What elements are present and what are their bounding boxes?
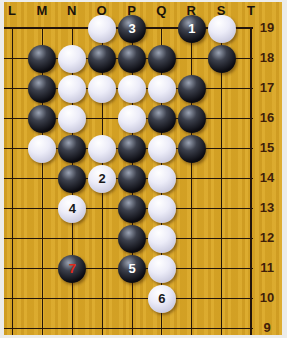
page-background: { "game": "go", "view": { "corner": "top… — [0, 0, 287, 338]
stone-white-N18 — [58, 45, 86, 73]
stone-white-Q10: 6 — [148, 285, 176, 313]
stone-black-M16 — [28, 105, 56, 133]
stone-black-N14 — [58, 165, 86, 193]
stone-black-R16 — [178, 105, 206, 133]
stone-black-R15 — [178, 135, 206, 163]
move-number-5: 5 — [128, 262, 135, 275]
stone-white-N17 — [58, 75, 86, 103]
stone-black-M17 — [28, 75, 56, 103]
column-label-L: L — [4, 3, 23, 19]
stone-white-Q17 — [148, 75, 176, 103]
row-label-13: 13 — [254, 200, 280, 216]
stone-white-Q12 — [148, 225, 176, 253]
stone-white-P16 — [118, 105, 146, 133]
row-label-15: 15 — [254, 140, 280, 156]
stone-white-N16 — [58, 105, 86, 133]
stone-black-P11: 5 — [118, 255, 146, 283]
column-label-N: N — [61, 3, 83, 19]
stone-black-M18 — [28, 45, 56, 73]
stone-white-Q15 — [148, 135, 176, 163]
move-number-2: 2 — [99, 172, 106, 185]
row-label-12: 12 — [254, 230, 280, 246]
stone-black-P18 — [118, 45, 146, 73]
row-label-18: 18 — [254, 50, 280, 66]
row-label-9: 9 — [254, 320, 280, 335]
stone-white-O14: 2 — [88, 165, 116, 193]
stone-black-P13 — [118, 195, 146, 223]
stone-black-S18 — [208, 45, 236, 73]
stone-black-O18 — [88, 45, 116, 73]
stone-black-P19: 3 — [118, 15, 146, 43]
stone-black-P12 — [118, 225, 146, 253]
stone-black-R17 — [178, 75, 206, 103]
stone-white-Q11 — [148, 255, 176, 283]
stone-black-N11: 7 — [58, 255, 86, 283]
column-label-M: M — [31, 3, 53, 19]
grid-line-col-S — [221, 27, 222, 335]
stone-white-S19 — [208, 15, 236, 43]
stone-white-O19 — [88, 15, 116, 43]
grid-line-col-R — [191, 27, 192, 335]
stone-white-Q14 — [148, 165, 176, 193]
move-number-6: 6 — [158, 292, 165, 305]
row-label-16: 16 — [254, 110, 280, 126]
grid-line-col-L — [12, 27, 13, 335]
stone-black-N15 — [58, 135, 86, 163]
row-label-17: 17 — [254, 80, 280, 96]
stone-black-Q16 — [148, 105, 176, 133]
stone-white-Q13 — [148, 195, 176, 223]
go-board: LMNOPQRST 191817161514131211109 3124756 — [4, 2, 282, 335]
stone-white-P17 — [118, 75, 146, 103]
grid-line-col-M — [42, 27, 43, 335]
row-label-19: 19 — [254, 20, 280, 36]
stone-white-O15 — [88, 135, 116, 163]
grid-line-col-T — [250, 27, 252, 335]
move-number-3: 3 — [128, 22, 135, 35]
move-number-1: 1 — [188, 22, 195, 35]
move-number-4: 4 — [69, 202, 76, 215]
stone-black-Q18 — [148, 45, 176, 73]
row-label-10: 10 — [254, 290, 280, 306]
stone-white-M15 — [28, 135, 56, 163]
stone-black-R19: 1 — [178, 15, 206, 43]
column-label-T: T — [240, 3, 262, 19]
stone-white-N13: 4 — [58, 195, 86, 223]
row-label-14: 14 — [254, 170, 280, 186]
stone-white-O17 — [88, 75, 116, 103]
move-number-7: 7 — [69, 262, 76, 275]
stone-black-P14 — [118, 165, 146, 193]
column-label-Q: Q — [150, 3, 172, 19]
row-label-11: 11 — [254, 260, 280, 276]
stone-black-P15 — [118, 135, 146, 163]
